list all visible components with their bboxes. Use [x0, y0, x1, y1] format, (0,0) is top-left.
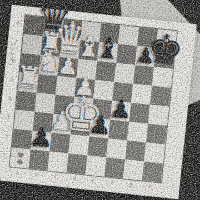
rank-label-8: 8: [14, 19, 23, 26]
square-d5: [74, 78, 95, 99]
square-e2: [87, 137, 108, 158]
square-a5: [18, 72, 39, 93]
file-label-f: f: [102, 178, 122, 186]
square-a6: [20, 53, 41, 74]
square-c8: [61, 19, 82, 40]
square-b8: [43, 17, 64, 38]
square-c3: [52, 114, 73, 135]
square-h4: [148, 105, 169, 126]
square-g1: [123, 159, 144, 180]
square-e6: [95, 61, 116, 82]
square-d3: [70, 116, 91, 137]
square-a4: [16, 91, 37, 112]
square-a7: [22, 34, 43, 55]
square-c5: [56, 76, 77, 97]
square-e7: [97, 42, 118, 63]
square-h1: [142, 161, 163, 182]
square-h3: [146, 124, 167, 145]
rank-label-6: 6: [10, 57, 19, 64]
file-label-a: a: [8, 168, 28, 176]
rank-label-1: 1: [0, 151, 8, 158]
square-e5: [93, 80, 114, 101]
square-h5: [150, 86, 171, 107]
square-e4: [91, 99, 112, 120]
square-a3: [14, 110, 35, 131]
rank-label-3: 3: [4, 114, 13, 121]
rank-label-2: 2: [2, 132, 11, 139]
square-f8: [118, 25, 139, 46]
square-h2: [144, 143, 165, 164]
square-f1: [104, 157, 125, 178]
square-f6: [114, 63, 135, 84]
square-a2: [12, 129, 33, 150]
square-h6: [152, 67, 173, 88]
square-f3: [108, 120, 129, 141]
square-c7: [60, 38, 81, 59]
square-g7: [135, 46, 156, 67]
square-d7: [78, 40, 99, 61]
square-f2: [106, 139, 127, 160]
vinyl-board-sheet: CHESS ♚♚♛♟♜♛♝♝♟♚♞♟♜♟♟♟♚♟♟ 87654321abcdef…: [0, 5, 197, 199]
rank-label-4: 4: [6, 95, 15, 102]
square-h8: [156, 29, 177, 50]
square-d6: [76, 59, 97, 80]
square-b6: [39, 55, 60, 76]
chess-board: ♚♚♛♟♜♛♝♝♟♚♞♟♜♟♟♟♚♟♟: [9, 14, 178, 183]
square-e8: [99, 23, 120, 44]
square-h7: [154, 48, 175, 69]
square-d2: [68, 135, 89, 156]
square-a8: [24, 15, 45, 36]
square-b1: [29, 150, 50, 171]
square-f5: [112, 82, 133, 103]
square-d1: [66, 154, 87, 175]
square-c1: [48, 152, 69, 173]
square-b2: [31, 131, 52, 152]
square-b4: [35, 93, 56, 114]
chessboard-photo: CHESS ♚♚♛♟♜♛♝♝♟♚♞♟♜♟♟♟♚♟♟ 87654321abcdef…: [0, 0, 200, 200]
square-e1: [85, 155, 106, 176]
square-g3: [127, 122, 148, 143]
file-label-d: d: [65, 174, 85, 182]
square-b3: [33, 112, 54, 133]
square-b7: [41, 36, 62, 57]
square-e3: [89, 118, 110, 139]
square-f7: [116, 44, 137, 65]
square-d8: [80, 21, 101, 42]
square-g6: [133, 65, 154, 86]
file-label-c: c: [46, 172, 66, 180]
file-label-g: g: [121, 180, 141, 188]
square-a1: [10, 148, 31, 169]
square-g8: [137, 27, 158, 48]
file-label-b: b: [27, 170, 47, 178]
file-label-h: h: [140, 182, 160, 190]
square-c6: [58, 57, 79, 78]
square-g4: [129, 103, 150, 124]
rank-label-5: 5: [8, 76, 17, 83]
square-c2: [50, 133, 71, 154]
square-f4: [110, 101, 131, 122]
file-label-e: e: [84, 176, 104, 184]
square-g5: [131, 84, 152, 105]
square-d4: [72, 97, 93, 118]
square-b5: [37, 74, 58, 95]
square-g2: [125, 141, 146, 162]
square-c4: [54, 95, 75, 116]
rank-label-7: 7: [12, 38, 21, 45]
